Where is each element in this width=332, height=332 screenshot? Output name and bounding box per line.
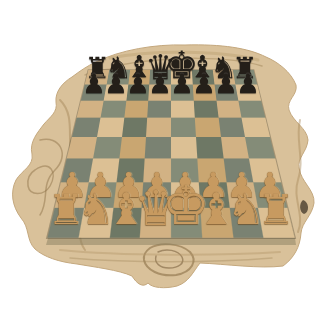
black-pawn-d7[interactable]: ♟ — [148, 71, 172, 98]
black-pawn-h7[interactable]: ♟ — [236, 71, 260, 98]
black-pawn-c7[interactable]: ♟ — [126, 71, 150, 98]
chessboard-product-photo: ♜♞♝♛♚♝♞♜♟♟♟♟♟♟♟♟♟♟♟♟♟♟♟♟♜♞♝♛♚♝♞♜ — [0, 0, 332, 332]
black-pawn-e7[interactable]: ♟ — [170, 71, 194, 98]
black-pawn-b7[interactable]: ♟ — [104, 71, 128, 98]
piece-layer: ♜♞♝♛♚♝♞♜♟♟♟♟♟♟♟♟♟♟♟♟♟♟♟♟♜♞♝♛♚♝♞♜ — [0, 0, 332, 332]
black-pawn-a7[interactable]: ♟ — [82, 71, 106, 98]
black-pawn-f7[interactable]: ♟ — [192, 71, 216, 98]
white-rook-h1[interactable]: ♜ — [257, 190, 294, 231]
black-pawn-g7[interactable]: ♟ — [214, 71, 238, 98]
